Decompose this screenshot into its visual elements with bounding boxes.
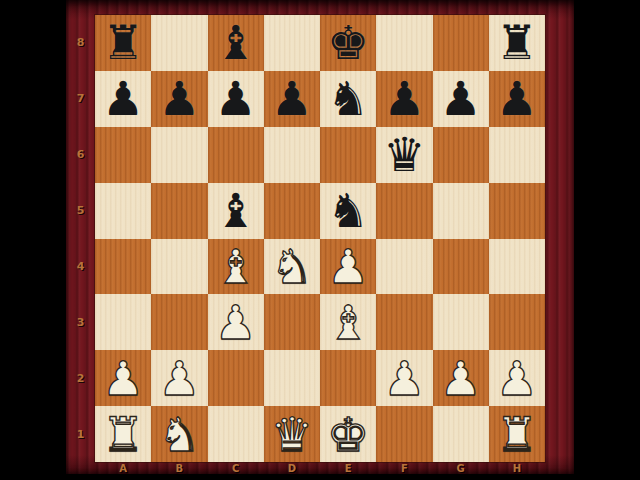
square-b4[interactable] xyxy=(151,239,207,295)
piece-white-pawn-a2: ♟ xyxy=(95,350,151,406)
square-d4[interactable]: ♞ xyxy=(264,239,320,295)
square-h4[interactable] xyxy=(489,239,545,295)
piece-black-knight-e5: ♞ xyxy=(320,183,376,239)
square-c6[interactable] xyxy=(208,127,264,183)
rank-label-8: 8 xyxy=(66,15,95,71)
file-label-c: C xyxy=(208,462,264,474)
letterbox-left xyxy=(0,0,66,480)
square-e6[interactable] xyxy=(320,127,376,183)
file-label-h: H xyxy=(489,462,545,474)
square-a5[interactable] xyxy=(95,183,151,239)
square-e2[interactable] xyxy=(320,350,376,406)
square-f6[interactable]: ♛ xyxy=(376,127,432,183)
file-label-d: D xyxy=(264,462,320,474)
piece-black-pawn-f7: ♟ xyxy=(376,71,432,127)
piece-black-rook-a8: ♜ xyxy=(95,15,151,71)
square-b8[interactable] xyxy=(151,15,207,71)
piece-black-bishop-c5: ♝ xyxy=(208,183,264,239)
file-label-g: G xyxy=(433,462,489,474)
square-a7[interactable]: ♟ xyxy=(95,71,151,127)
rank-label-4: 4 xyxy=(66,239,95,295)
square-h8[interactable]: ♜ xyxy=(489,15,545,71)
square-d5[interactable] xyxy=(264,183,320,239)
square-g7[interactable]: ♟ xyxy=(433,71,489,127)
square-a4[interactable] xyxy=(95,239,151,295)
square-a2[interactable]: ♟ xyxy=(95,350,151,406)
piece-black-pawn-d7: ♟ xyxy=(264,71,320,127)
square-g3[interactable] xyxy=(433,294,489,350)
square-e1[interactable]: ♚ xyxy=(320,406,376,462)
square-e3[interactable]: ♝ xyxy=(320,294,376,350)
piece-black-rook-h8: ♜ xyxy=(489,15,545,71)
piece-white-knight-d4: ♞ xyxy=(264,239,320,295)
square-e8[interactable]: ♚ xyxy=(320,15,376,71)
chessboard-frame: 87654321 ABCDEFGH ♜♝♚♜♟♟♟♟♞♟♟♟♛♝♞♝♞♟♟♝♟♟… xyxy=(66,0,574,474)
square-g5[interactable] xyxy=(433,183,489,239)
square-c3[interactable]: ♟ xyxy=(208,294,264,350)
square-c7[interactable]: ♟ xyxy=(208,71,264,127)
rank-label-6: 6 xyxy=(66,127,95,183)
rank-label-2: 2 xyxy=(66,350,95,406)
square-d8[interactable] xyxy=(264,15,320,71)
square-h2[interactable]: ♟ xyxy=(489,350,545,406)
piece-white-king-e1: ♚ xyxy=(320,406,376,462)
square-f3[interactable] xyxy=(376,294,432,350)
piece-white-pawn-f2: ♟ xyxy=(376,350,432,406)
square-e7[interactable]: ♞ xyxy=(320,71,376,127)
piece-white-pawn-b2: ♟ xyxy=(151,350,207,406)
square-h3[interactable] xyxy=(489,294,545,350)
piece-white-pawn-c3: ♟ xyxy=(208,294,264,350)
piece-white-pawn-e4: ♟ xyxy=(320,239,376,295)
square-c5[interactable]: ♝ xyxy=(208,183,264,239)
square-f8[interactable] xyxy=(376,15,432,71)
rank-labels: 87654321 xyxy=(66,15,95,462)
square-f2[interactable]: ♟ xyxy=(376,350,432,406)
piece-black-bishop-c8: ♝ xyxy=(208,15,264,71)
square-h7[interactable]: ♟ xyxy=(489,71,545,127)
square-c2[interactable] xyxy=(208,350,264,406)
square-a6[interactable] xyxy=(95,127,151,183)
piece-black-pawn-b7: ♟ xyxy=(151,71,207,127)
square-e4[interactable]: ♟ xyxy=(320,239,376,295)
piece-black-king-e8: ♚ xyxy=(320,15,376,71)
square-h1[interactable]: ♜ xyxy=(489,406,545,462)
square-b1[interactable]: ♞ xyxy=(151,406,207,462)
square-a1[interactable]: ♜ xyxy=(95,406,151,462)
piece-black-pawn-a7: ♟ xyxy=(95,71,151,127)
file-labels: ABCDEFGH xyxy=(95,462,545,474)
square-c8[interactable]: ♝ xyxy=(208,15,264,71)
rank-label-5: 5 xyxy=(66,183,95,239)
letterbox-right xyxy=(574,0,640,480)
rank-label-7: 7 xyxy=(66,71,95,127)
file-label-f: F xyxy=(376,462,432,474)
square-a3[interactable] xyxy=(95,294,151,350)
rank-label-1: 1 xyxy=(66,406,95,462)
square-d6[interactable] xyxy=(264,127,320,183)
square-b7[interactable]: ♟ xyxy=(151,71,207,127)
square-g1[interactable] xyxy=(433,406,489,462)
video-frame: 87654321 ABCDEFGH ♜♝♚♜♟♟♟♟♞♟♟♟♛♝♞♝♞♟♟♝♟♟… xyxy=(0,0,640,480)
square-f4[interactable] xyxy=(376,239,432,295)
square-h5[interactable] xyxy=(489,183,545,239)
piece-black-pawn-g7: ♟ xyxy=(433,71,489,127)
square-e5[interactable]: ♞ xyxy=(320,183,376,239)
piece-white-bishop-e3: ♝ xyxy=(320,294,376,350)
piece-black-knight-e7: ♞ xyxy=(320,71,376,127)
square-d3[interactable] xyxy=(264,294,320,350)
square-d7[interactable]: ♟ xyxy=(264,71,320,127)
piece-white-pawn-g2: ♟ xyxy=(433,350,489,406)
piece-white-queen-d1: ♛ xyxy=(264,406,320,462)
square-g2[interactable]: ♟ xyxy=(433,350,489,406)
square-b2[interactable]: ♟ xyxy=(151,350,207,406)
square-h6[interactable] xyxy=(489,127,545,183)
file-label-b: B xyxy=(151,462,207,474)
square-b3[interactable] xyxy=(151,294,207,350)
square-d1[interactable]: ♛ xyxy=(264,406,320,462)
square-g6[interactable] xyxy=(433,127,489,183)
square-a8[interactable]: ♜ xyxy=(95,15,151,71)
square-f1[interactable] xyxy=(376,406,432,462)
piece-white-pawn-h2: ♟ xyxy=(489,350,545,406)
square-f5[interactable] xyxy=(376,183,432,239)
piece-white-rook-a1: ♜ xyxy=(95,406,151,462)
square-b5[interactable] xyxy=(151,183,207,239)
square-g8[interactable] xyxy=(433,15,489,71)
square-f7[interactable]: ♟ xyxy=(376,71,432,127)
square-c1[interactable] xyxy=(208,406,264,462)
square-d2[interactable] xyxy=(264,350,320,406)
piece-black-queen-f6: ♛ xyxy=(376,127,432,183)
square-c4[interactable]: ♝ xyxy=(208,239,264,295)
file-label-a: A xyxy=(95,462,151,474)
piece-white-knight-b1: ♞ xyxy=(151,406,207,462)
piece-white-rook-h1: ♜ xyxy=(489,406,545,462)
square-g4[interactable] xyxy=(433,239,489,295)
file-label-e: E xyxy=(320,462,376,474)
rank-label-3: 3 xyxy=(66,294,95,350)
piece-black-pawn-h7: ♟ xyxy=(489,71,545,127)
square-b6[interactable] xyxy=(151,127,207,183)
piece-black-pawn-c7: ♟ xyxy=(208,71,264,127)
chessboard: ♜♝♚♜♟♟♟♟♞♟♟♟♛♝♞♝♞♟♟♝♟♟♟♟♟♜♞♛♚♜ xyxy=(95,15,545,462)
piece-white-bishop-c4: ♝ xyxy=(208,239,264,295)
